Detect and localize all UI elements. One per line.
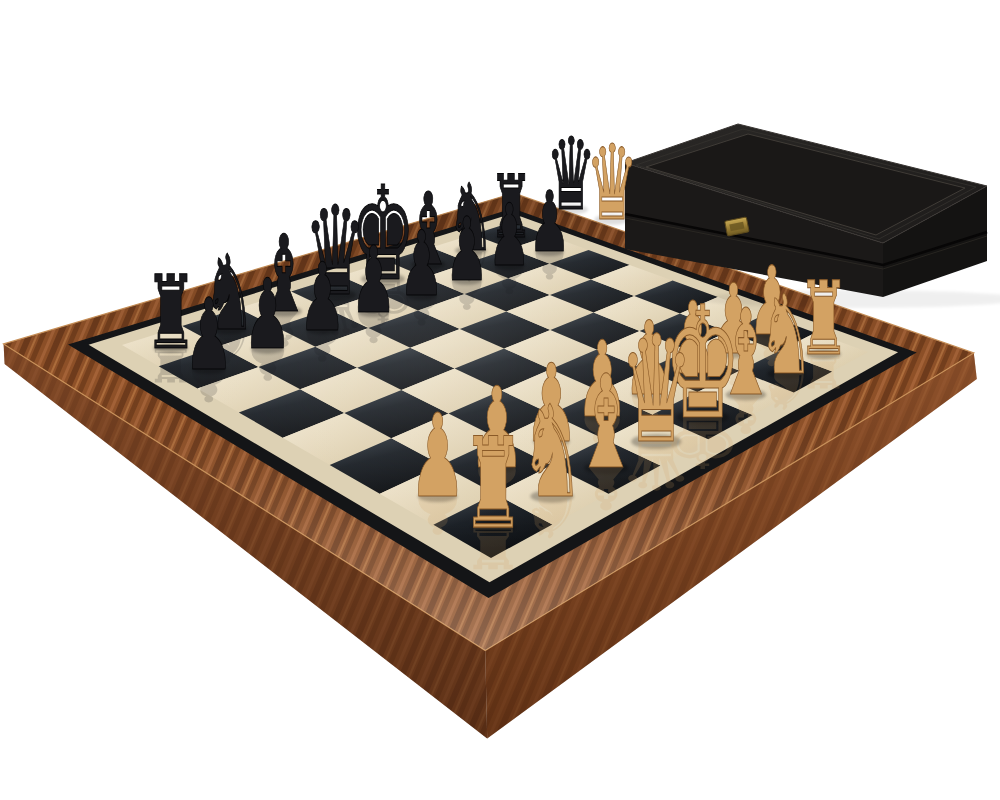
black-pawn-g7: ♟ bbox=[488, 185, 531, 285]
spare-white-queen: ♛ bbox=[586, 123, 638, 244]
black-pawn-d7: ♟ bbox=[351, 227, 397, 334]
black-pawn-h7: ♟ bbox=[528, 174, 570, 271]
chess-scene: ♜♞♟♝♟♚♟♛♟♝♟♞♟♟♜♟♟♜♟♟♞♟♝♟♚♟♛♟♝♞♟♜♛♛♜♞♟♝♟♚… bbox=[0, 0, 1000, 800]
white-rook-a1: ♜ bbox=[462, 411, 525, 557]
black-pawn-e7: ♟ bbox=[399, 211, 444, 316]
black-pawn-b7: ♟ bbox=[243, 258, 292, 372]
white-pawn-a2: ♟ bbox=[409, 388, 467, 522]
black-pawn-f7: ♟ bbox=[445, 198, 489, 300]
white-knight-b1: ♞ bbox=[520, 377, 584, 525]
black-pawn-c7: ♟ bbox=[299, 242, 346, 352]
black-pawn-a7: ♟ bbox=[184, 277, 234, 392]
product-photo: ♜♞♟♝♟♚♟♛♟♝♟♞♟♟♜♟♟♜♟♟♞♟♝♟♚♟♛♟♝♞♟♜♛♛♜♞♟♝♟♚… bbox=[0, 0, 1000, 800]
